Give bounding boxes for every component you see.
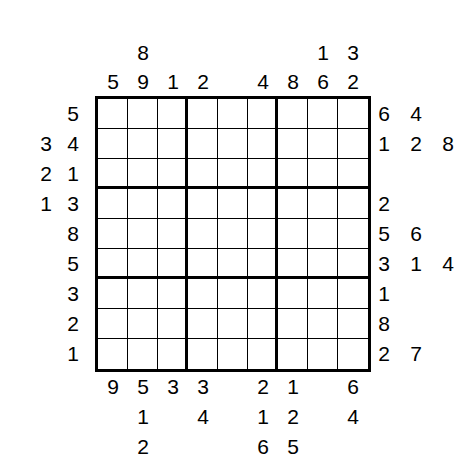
bottom-clue-1-9: 6 [338, 372, 368, 402]
cell-r1c1[interactable] [98, 99, 128, 129]
right-clue-7-1: 1 [374, 279, 394, 309]
cell-r9c9[interactable] [338, 339, 368, 369]
cell-r8c5[interactable] [218, 309, 248, 339]
cell-r2c3[interactable] [158, 129, 188, 159]
top-clue-2-1: 5 [98, 67, 128, 96]
right-clue-9-3 [438, 339, 458, 369]
cell-r7c9[interactable] [338, 279, 368, 309]
right-clue-4-1: 2 [374, 189, 394, 219]
cell-r2c1[interactable] [98, 129, 128, 159]
top-clue-1-4 [188, 38, 218, 67]
puzzle-canvas: 81359124862 534211385321 641282563141827… [0, 0, 465, 470]
cell-r2c2[interactable] [128, 129, 158, 159]
top-clue-1-1 [98, 38, 128, 67]
cell-r3c2[interactable] [128, 159, 158, 189]
bottom-clue-2-5 [218, 402, 248, 432]
cell-r9c8[interactable] [308, 339, 338, 369]
cell-r4c6[interactable] [248, 189, 278, 219]
cell-r7c2[interactable] [128, 279, 158, 309]
left-clue-6-2: 5 [63, 249, 83, 279]
top-clue-2-2: 9 [128, 67, 158, 96]
cell-r5c4[interactable] [188, 219, 218, 249]
cell-r4c4[interactable] [188, 189, 218, 219]
cell-r5c5[interactable] [218, 219, 248, 249]
right-clues: 641282563141827 [374, 99, 458, 369]
bottom-clue-3-1 [98, 432, 128, 462]
top-clues: 81359124862 [98, 38, 368, 96]
bottom-clue-3-3 [158, 432, 188, 462]
cell-r7c3[interactable] [158, 279, 188, 309]
cell-r9c5[interactable] [218, 339, 248, 369]
bottom-clue-2-3 [158, 402, 188, 432]
top-clue-2-6: 4 [248, 67, 278, 96]
cell-r3c6[interactable] [248, 159, 278, 189]
cell-r7c8[interactable] [308, 279, 338, 309]
left-clue-1-2: 5 [63, 99, 83, 129]
top-clue-2-9: 2 [338, 67, 368, 96]
left-clue-8-2: 2 [63, 309, 83, 339]
left-clue-2-2: 4 [63, 129, 83, 159]
cell-r9c4[interactable] [188, 339, 218, 369]
bottom-clues: 953321614124265 [98, 372, 368, 462]
bottom-clue-2-7: 2 [278, 402, 308, 432]
right-clue-8-1: 8 [374, 309, 394, 339]
cell-r1c9[interactable] [338, 99, 368, 129]
cell-r5c2[interactable] [128, 219, 158, 249]
top-clue-2-4: 2 [188, 67, 218, 96]
bottom-clue-3-7: 5 [278, 432, 308, 462]
cell-r1c3[interactable] [158, 99, 188, 129]
left-clue-9-2: 1 [63, 339, 83, 369]
cell-r8c3[interactable] [158, 309, 188, 339]
cell-r8c1[interactable] [98, 309, 128, 339]
top-clue-2-8: 6 [308, 67, 338, 96]
bottom-clue-3-8 [308, 432, 338, 462]
right-clue-2-1: 1 [374, 129, 394, 159]
cell-r3c7[interactable] [278, 159, 308, 189]
cell-r8c4[interactable] [188, 309, 218, 339]
cell-r6c5[interactable] [218, 249, 248, 279]
right-clue-2-3: 8 [438, 129, 458, 159]
cell-r2c4[interactable] [188, 129, 218, 159]
cell-r9c7[interactable] [278, 339, 308, 369]
cell-r2c8[interactable] [308, 129, 338, 159]
cell-r6c8[interactable] [308, 249, 338, 279]
cell-r9c1[interactable] [98, 339, 128, 369]
cell-r1c7[interactable] [278, 99, 308, 129]
cell-r6c1[interactable] [98, 249, 128, 279]
bottom-clue-2-4: 4 [188, 402, 218, 432]
left-clue-6-1 [36, 249, 56, 279]
right-clue-5-3 [438, 219, 458, 249]
right-clue-9-2: 7 [406, 339, 426, 369]
left-clue-9-1 [36, 339, 56, 369]
right-clue-9-1: 2 [374, 339, 394, 369]
cell-r6c3[interactable] [158, 249, 188, 279]
right-clue-6-2: 1 [406, 249, 426, 279]
cell-r3c8[interactable] [308, 159, 338, 189]
cell-r3c9[interactable] [338, 159, 368, 189]
cell-r3c5[interactable] [218, 159, 248, 189]
cell-r4c9[interactable] [338, 189, 368, 219]
cell-r2c6[interactable] [248, 129, 278, 159]
cell-r2c7[interactable] [278, 129, 308, 159]
bottom-clue-3-5 [218, 432, 248, 462]
cell-r4c1[interactable] [98, 189, 128, 219]
right-clue-5-2: 6 [406, 219, 426, 249]
bottom-clue-3-2: 2 [128, 432, 158, 462]
right-clue-7-2 [406, 279, 426, 309]
top-clue-1-6 [248, 38, 278, 67]
cell-r1c5[interactable] [218, 99, 248, 129]
cell-r5c8[interactable] [308, 219, 338, 249]
cell-r6c2[interactable] [128, 249, 158, 279]
cell-r5c7[interactable] [278, 219, 308, 249]
left-clue-5-2: 8 [63, 219, 83, 249]
cell-r7c5[interactable] [218, 279, 248, 309]
right-clue-1-3 [438, 99, 458, 129]
left-clue-1-1 [36, 99, 56, 129]
right-clue-6-1: 3 [374, 249, 394, 279]
cell-r8c7[interactable] [278, 309, 308, 339]
top-clue-2-3: 1 [158, 67, 188, 96]
bottom-clue-3-6: 6 [248, 432, 278, 462]
top-clue-1-9: 3 [338, 38, 368, 67]
left-clue-4-2: 3 [63, 189, 83, 219]
sudoku-board [95, 96, 371, 372]
cell-r1c4[interactable] [188, 99, 218, 129]
top-clue-1-7 [278, 38, 308, 67]
cell-r6c6[interactable] [248, 249, 278, 279]
left-clues: 534211385321 [0, 99, 83, 369]
cell-r2c9[interactable] [338, 129, 368, 159]
bottom-clue-1-5 [218, 372, 248, 402]
cell-r1c2[interactable] [128, 99, 158, 129]
cell-r3c3[interactable] [158, 159, 188, 189]
cell-r6c7[interactable] [278, 249, 308, 279]
cell-r6c9[interactable] [338, 249, 368, 279]
cell-r7c7[interactable] [278, 279, 308, 309]
left-clue-7-2: 3 [63, 279, 83, 309]
cell-r3c1[interactable] [98, 159, 128, 189]
bottom-clue-1-1: 9 [98, 372, 128, 402]
top-clue-2-5 [218, 67, 248, 96]
top-clue-1-8: 1 [308, 38, 338, 67]
right-clue-1-2: 4 [406, 99, 426, 129]
right-clue-3-3 [438, 159, 458, 189]
right-clue-4-3 [438, 189, 458, 219]
right-clue-5-1: 5 [374, 219, 394, 249]
cell-r7c6[interactable] [248, 279, 278, 309]
cell-r8c9[interactable] [338, 309, 368, 339]
cell-r4c7[interactable] [278, 189, 308, 219]
cell-r9c3[interactable] [158, 339, 188, 369]
bottom-clue-2-2: 1 [128, 402, 158, 432]
cell-r7c1[interactable] [98, 279, 128, 309]
cell-r1c6[interactable] [248, 99, 278, 129]
left-clue-7-1 [36, 279, 56, 309]
right-clue-8-3 [438, 309, 458, 339]
cell-r4c2[interactable] [128, 189, 158, 219]
left-clue-4-1: 1 [36, 189, 56, 219]
cell-r4c8[interactable] [308, 189, 338, 219]
cell-r5c3[interactable] [158, 219, 188, 249]
bottom-clue-1-2: 5 [128, 372, 158, 402]
left-clue-3-2: 1 [63, 159, 83, 189]
bottom-clue-2-6: 1 [248, 402, 278, 432]
right-clue-8-2 [406, 309, 426, 339]
cell-r5c1[interactable] [98, 219, 128, 249]
left-clue-3-1: 2 [36, 159, 56, 189]
right-clue-4-2 [406, 189, 426, 219]
cell-r9c2[interactable] [128, 339, 158, 369]
right-clue-1-1: 6 [374, 99, 394, 129]
cell-r8c8[interactable] [308, 309, 338, 339]
bottom-clue-1-6: 2 [248, 372, 278, 402]
right-clue-3-2 [406, 159, 426, 189]
right-clue-3-1 [374, 159, 394, 189]
bottom-clue-2-9: 4 [338, 402, 368, 432]
cell-r9c6[interactable] [248, 339, 278, 369]
bottom-clue-1-7: 1 [278, 372, 308, 402]
left-clue-8-1 [36, 309, 56, 339]
bottom-clue-2-8 [308, 402, 338, 432]
cell-r1c8[interactable] [308, 99, 338, 129]
cell-r8c2[interactable] [128, 309, 158, 339]
cell-r4c3[interactable] [158, 189, 188, 219]
right-clue-7-3 [438, 279, 458, 309]
left-clue-5-1 [36, 219, 56, 249]
bottom-clue-1-4: 3 [188, 372, 218, 402]
bottom-clue-2-1 [98, 402, 128, 432]
cell-r6c4[interactable] [188, 249, 218, 279]
bottom-clue-3-4 [188, 432, 218, 462]
right-clue-6-3: 4 [438, 249, 458, 279]
right-clue-2-2: 2 [406, 129, 426, 159]
top-clue-2-7: 8 [278, 67, 308, 96]
cell-r4c5[interactable] [218, 189, 248, 219]
bottom-clue-1-8 [308, 372, 338, 402]
cell-r7c4[interactable] [188, 279, 218, 309]
cell-r8c6[interactable] [248, 309, 278, 339]
cell-r5c9[interactable] [338, 219, 368, 249]
left-clue-2-1: 3 [36, 129, 56, 159]
cell-r5c6[interactable] [248, 219, 278, 249]
top-clue-1-2: 8 [128, 38, 158, 67]
cell-r2c5[interactable] [218, 129, 248, 159]
cell-r3c4[interactable] [188, 159, 218, 189]
top-clue-1-5 [218, 38, 248, 67]
bottom-clue-1-3: 3 [158, 372, 188, 402]
top-clue-1-3 [158, 38, 188, 67]
bottom-clue-3-9 [338, 432, 368, 462]
